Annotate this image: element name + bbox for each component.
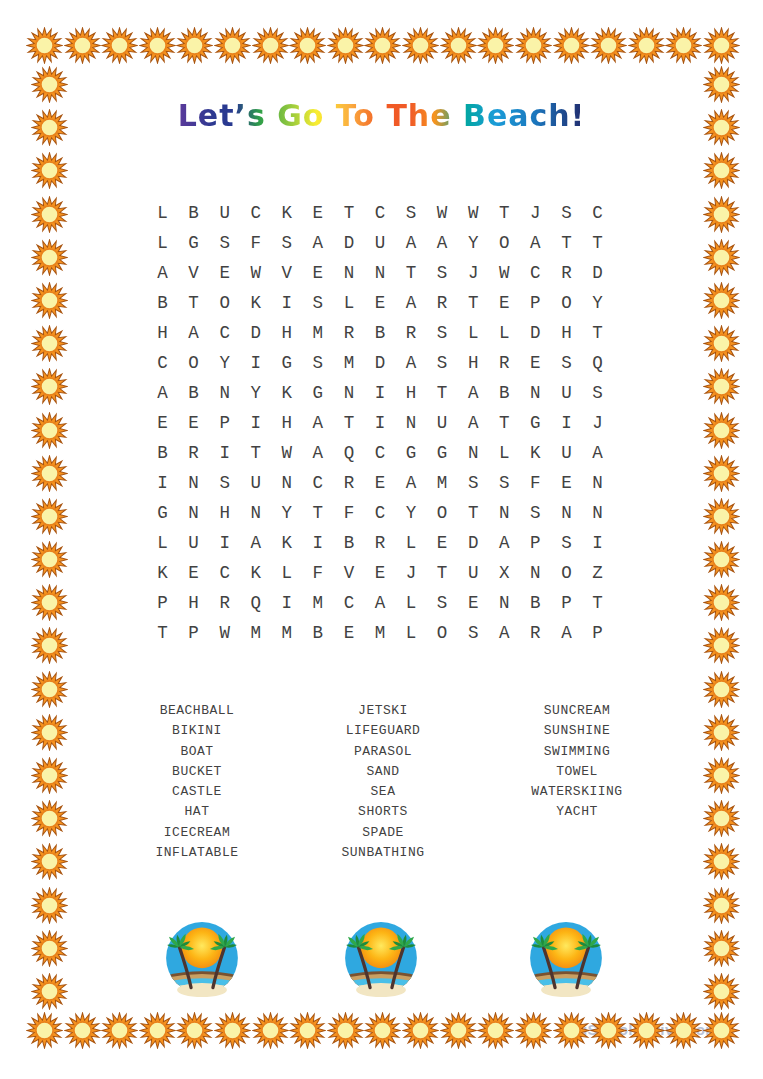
grid-cell: M xyxy=(427,468,458,498)
sun-icon xyxy=(31,66,68,103)
sun-icon xyxy=(31,627,68,664)
grid-cell: T xyxy=(427,378,458,408)
grid-cell: A xyxy=(396,468,427,498)
grid-cell: T xyxy=(458,288,489,318)
grid-cell: E xyxy=(551,468,582,498)
grid-cell: E xyxy=(333,618,364,648)
grid-cell: F xyxy=(333,498,364,528)
grid-cell: D xyxy=(458,528,489,558)
grid-cell: S xyxy=(302,348,333,378)
grid-cell: Y xyxy=(582,288,613,318)
grid-cell: A xyxy=(178,318,209,348)
word-item: SUNCREAM xyxy=(482,701,672,721)
grid-cell: P xyxy=(582,618,613,648)
grid-cell: A xyxy=(396,228,427,258)
grid-cell: L xyxy=(147,198,178,228)
sun-icon xyxy=(665,27,702,64)
sun-icon xyxy=(440,27,477,64)
grid-cell: R xyxy=(427,288,458,318)
grid-cell: L xyxy=(396,528,427,558)
grid-cell: S xyxy=(209,228,240,258)
grid-cell: L xyxy=(396,618,427,648)
grid-cell: N xyxy=(178,468,209,498)
grid-cell: N xyxy=(520,378,551,408)
grid-cell: F xyxy=(302,558,333,588)
beach-palm-sun-icon xyxy=(527,919,605,997)
sun-icon xyxy=(477,1012,514,1049)
grid-cell: B xyxy=(520,588,551,618)
grid-cell: Y xyxy=(396,498,427,528)
sun-icon xyxy=(252,27,289,64)
grid-cell: J xyxy=(520,198,551,228)
sun-icon xyxy=(214,27,251,64)
grid-cell: P xyxy=(147,588,178,618)
grid-cell: L xyxy=(147,228,178,258)
sun-icon xyxy=(31,671,68,708)
grid-cell: E xyxy=(489,288,520,318)
grid-cell: R xyxy=(178,438,209,468)
grid-cell: T xyxy=(582,588,613,618)
sun-icon xyxy=(31,109,68,146)
grid-cell: B xyxy=(178,198,209,228)
sun-icon xyxy=(101,1012,138,1049)
sun-icon xyxy=(703,66,740,103)
sun-icon xyxy=(703,843,740,880)
grid-cell: O xyxy=(551,288,582,318)
grid-cell: H xyxy=(458,348,489,378)
sun-icon xyxy=(64,1012,101,1049)
grid-cell: G xyxy=(520,408,551,438)
grid-cell: I xyxy=(209,438,240,468)
sun-icon xyxy=(289,27,326,64)
grid-cell: N xyxy=(240,498,271,528)
grid-cell: F xyxy=(240,228,271,258)
sun-icon xyxy=(703,1012,740,1049)
grid-cell: C xyxy=(333,588,364,618)
grid-cell: Y xyxy=(240,378,271,408)
grid-cell: A xyxy=(489,618,520,648)
sun-border-top xyxy=(26,27,740,64)
sun-icon xyxy=(703,671,740,708)
word-search-grid: LBUCKETCSWWTJSCLGSFSADUAAYOATTAVEWVENNTS… xyxy=(147,198,613,648)
grid-cell: E xyxy=(364,558,395,588)
grid-cell: I xyxy=(240,408,271,438)
grid-cell: B xyxy=(364,318,395,348)
grid-cell: T xyxy=(147,618,178,648)
grid-cell: J xyxy=(582,408,613,438)
grid-cell: M xyxy=(302,318,333,348)
sun-icon xyxy=(553,27,590,64)
grid-cell: M xyxy=(333,348,364,378)
sun-icon xyxy=(31,152,68,189)
grid-cell: L xyxy=(458,318,489,348)
sun-icon xyxy=(31,973,68,1010)
grid-cell: A xyxy=(427,228,458,258)
grid-cell: Q xyxy=(333,438,364,468)
grid-cell: H xyxy=(271,408,302,438)
grid-cell: D xyxy=(582,258,613,288)
grid-cell: H xyxy=(209,498,240,528)
sun-icon xyxy=(31,541,68,578)
grid-cell: U xyxy=(427,408,458,438)
sun-icon xyxy=(590,1012,627,1049)
sun-icon xyxy=(139,27,176,64)
sun-icon xyxy=(101,27,138,64)
sun-icon xyxy=(31,800,68,837)
sun-icon xyxy=(31,843,68,880)
grid-cell: U xyxy=(178,528,209,558)
sun-icon xyxy=(703,412,740,449)
grid-cell: G xyxy=(302,378,333,408)
grid-cell: R xyxy=(333,318,364,348)
sun-icon xyxy=(703,455,740,492)
sun-icon xyxy=(31,239,68,276)
grid-cell: N xyxy=(489,498,520,528)
word-item: PARASOL xyxy=(298,742,468,762)
grid-cell: N xyxy=(551,498,582,528)
sun-icon xyxy=(402,1012,439,1049)
grid-cell: B xyxy=(489,378,520,408)
grid-cell: E xyxy=(520,348,551,378)
grid-cell: A xyxy=(551,618,582,648)
grid-cell: C xyxy=(302,468,333,498)
grid-cell: S xyxy=(209,468,240,498)
grid-cell: A xyxy=(489,528,520,558)
grid-cell: N xyxy=(209,378,240,408)
grid-cell: Q xyxy=(240,588,271,618)
sun-icon xyxy=(327,27,364,64)
sun-border-bottom xyxy=(26,1012,740,1049)
grid-cell: C xyxy=(364,198,395,228)
grid-cell: T xyxy=(427,558,458,588)
sun-icon xyxy=(252,1012,289,1049)
grid-cell: O xyxy=(427,618,458,648)
grid-cell: R xyxy=(209,588,240,618)
grid-cell: R xyxy=(520,618,551,648)
grid-cell: O xyxy=(551,558,582,588)
sun-border-left xyxy=(31,66,68,1010)
grid-cell: N xyxy=(582,468,613,498)
grid-cell: G xyxy=(396,438,427,468)
grid-cell: V xyxy=(178,258,209,288)
sun-icon xyxy=(703,627,740,664)
grid-cell: E xyxy=(302,258,333,288)
grid-cell: I xyxy=(271,288,302,318)
sun-icon xyxy=(703,239,740,276)
grid-cell: I xyxy=(147,468,178,498)
grid-cell: N xyxy=(582,498,613,528)
grid-cell: K xyxy=(271,198,302,228)
grid-cell: M xyxy=(364,618,395,648)
grid-cell: A xyxy=(147,378,178,408)
word-item: BOAT xyxy=(112,742,282,762)
grid-cell: A xyxy=(458,408,489,438)
grid-cell: C xyxy=(520,258,551,288)
grid-cell: D xyxy=(333,228,364,258)
grid-cell: M xyxy=(271,618,302,648)
grid-cell: N xyxy=(458,438,489,468)
sun-icon xyxy=(26,27,63,64)
grid-cell: T xyxy=(582,318,613,348)
grid-cell: W xyxy=(209,618,240,648)
sun-icon xyxy=(703,282,740,319)
sun-icon xyxy=(440,1012,477,1049)
sun-icon xyxy=(402,27,439,64)
beach-palm-sun-icon xyxy=(342,919,420,997)
grid-cell: D xyxy=(240,318,271,348)
grid-cell: J xyxy=(396,558,427,588)
sun-icon xyxy=(590,27,627,64)
grid-cell: W xyxy=(240,258,271,288)
grid-cell: L xyxy=(396,588,427,618)
grid-cell: B xyxy=(302,618,333,648)
grid-cell: E xyxy=(458,588,489,618)
sun-icon xyxy=(703,714,740,751)
grid-cell: A xyxy=(520,228,551,258)
grid-cell: B xyxy=(178,378,209,408)
grid-cell: G xyxy=(271,348,302,378)
word-item: SWIMMING xyxy=(482,742,672,762)
grid-cell: P xyxy=(209,408,240,438)
grid-cell: N xyxy=(396,408,427,438)
sun-icon xyxy=(628,27,665,64)
grid-cell: R xyxy=(364,528,395,558)
sun-icon xyxy=(628,1012,665,1049)
grid-cell: H xyxy=(396,378,427,408)
sun-icon xyxy=(31,584,68,621)
grid-cell: N xyxy=(178,498,209,528)
title-row: Let’s Go To The Beach! xyxy=(0,98,763,133)
grid-cell: I xyxy=(551,408,582,438)
grid-cell: K xyxy=(271,378,302,408)
grid-cell: I xyxy=(364,408,395,438)
grid-cell: X xyxy=(489,558,520,588)
grid-cell: K xyxy=(271,528,302,558)
sun-icon xyxy=(31,455,68,492)
grid-cell: C xyxy=(582,198,613,228)
grid-cell: C xyxy=(209,558,240,588)
sun-icon xyxy=(31,887,68,924)
grid-cell: B xyxy=(333,528,364,558)
grid-cell: C xyxy=(364,498,395,528)
grid-cell: T xyxy=(489,198,520,228)
sun-icon xyxy=(703,109,740,146)
grid-cell: Y xyxy=(271,498,302,528)
grid-cell: T xyxy=(302,498,333,528)
word-item: ICECREAM xyxy=(112,823,282,843)
word-item: SUNBATHING xyxy=(298,843,468,863)
grid-cell: H xyxy=(147,318,178,348)
grid-cell: E xyxy=(302,198,333,228)
sun-icon xyxy=(289,1012,326,1049)
grid-cell: L xyxy=(271,558,302,588)
word-item: INFLATABLE xyxy=(112,843,282,863)
sun-icon xyxy=(703,368,740,405)
sun-icon xyxy=(553,1012,590,1049)
grid-cell: L xyxy=(489,438,520,468)
word-item: SHORTS xyxy=(298,802,468,822)
grid-cell: E xyxy=(178,408,209,438)
sun-icon xyxy=(176,1012,213,1049)
sun-icon xyxy=(31,714,68,751)
sun-icon xyxy=(703,27,740,64)
grid-cell: A xyxy=(302,408,333,438)
grid-cell: E xyxy=(364,468,395,498)
grid-cell: N xyxy=(364,258,395,288)
grid-cell: W xyxy=(427,198,458,228)
grid-cell: L xyxy=(489,318,520,348)
sun-icon xyxy=(31,196,68,233)
grid-cell: Z xyxy=(582,558,613,588)
grid-cell: E xyxy=(147,408,178,438)
word-list-column-2: JETSKILIFEGUARDPARASOLSANDSEASHORTSSPADE… xyxy=(298,701,468,863)
grid-cell: T xyxy=(240,438,271,468)
grid-cell: C xyxy=(240,198,271,228)
grid-cell: J xyxy=(458,258,489,288)
grid-cell: T xyxy=(582,228,613,258)
grid-cell: A xyxy=(302,228,333,258)
puzzle-title: Let’s Go To The Beach! xyxy=(178,98,586,133)
grid-cell: K xyxy=(147,558,178,588)
grid-cell: N xyxy=(333,258,364,288)
sun-icon xyxy=(31,757,68,794)
grid-cell: V xyxy=(271,258,302,288)
grid-cell: I xyxy=(302,528,333,558)
grid-cell: R xyxy=(333,468,364,498)
grid-cell: S xyxy=(427,258,458,288)
grid-cell: Y xyxy=(209,348,240,378)
grid-cell: A xyxy=(582,438,613,468)
grid-cell: W xyxy=(458,198,489,228)
grid-cell: R xyxy=(551,258,582,288)
word-item: YACHT xyxy=(482,802,672,822)
sun-icon xyxy=(64,27,101,64)
sun-icon xyxy=(703,930,740,967)
grid-cell: L xyxy=(147,528,178,558)
grid-cell: T xyxy=(551,228,582,258)
grid-cell: M xyxy=(302,588,333,618)
word-list-column-1: BEACHBALLBIKINIBOATBUCKETCASTLEHATICECRE… xyxy=(112,701,282,863)
grid-cell: E xyxy=(427,528,458,558)
sun-icon xyxy=(703,757,740,794)
sun-icon xyxy=(31,930,68,967)
grid-cell: O xyxy=(209,288,240,318)
sun-icon xyxy=(477,27,514,64)
sun-icon xyxy=(703,196,740,233)
grid-cell: H xyxy=(271,318,302,348)
grid-cell: C xyxy=(147,348,178,378)
sun-icon xyxy=(31,368,68,405)
grid-cell: S xyxy=(427,348,458,378)
grid-cell: U xyxy=(551,438,582,468)
grid-cell: K xyxy=(240,288,271,318)
sun-icon xyxy=(665,1012,702,1049)
word-item: BEACHBALL xyxy=(112,701,282,721)
sun-icon xyxy=(31,282,68,319)
grid-cell: B xyxy=(147,288,178,318)
word-list-column-3: SUNCREAMSUNSHINESWIMMINGTOWELWATERSKIING… xyxy=(482,701,672,823)
grid-cell: W xyxy=(489,258,520,288)
sun-icon xyxy=(515,1012,552,1049)
grid-cell: P xyxy=(178,618,209,648)
grid-cell: A xyxy=(302,438,333,468)
sun-icon xyxy=(31,325,68,362)
grid-cell: S xyxy=(458,468,489,498)
grid-cell: G xyxy=(147,498,178,528)
sun-icon xyxy=(703,584,740,621)
grid-cell: I xyxy=(240,348,271,378)
grid-cell: T xyxy=(396,258,427,288)
sun-icon xyxy=(327,1012,364,1049)
grid-cell: G xyxy=(178,228,209,258)
grid-cell: T xyxy=(458,498,489,528)
grid-cell: N xyxy=(271,468,302,498)
grid-cell: F xyxy=(520,468,551,498)
grid-cell: E xyxy=(209,258,240,288)
word-item: SAND xyxy=(298,762,468,782)
grid-cell: L xyxy=(333,288,364,318)
grid-cell: S xyxy=(551,198,582,228)
grid-cell: G xyxy=(427,438,458,468)
sun-icon xyxy=(703,152,740,189)
grid-cell: O xyxy=(178,348,209,378)
word-item: BIKINI xyxy=(112,721,282,741)
grid-cell: N xyxy=(520,558,551,588)
grid-cell: D xyxy=(520,318,551,348)
grid-cell: Y xyxy=(458,228,489,258)
grid-cell: W xyxy=(271,438,302,468)
sun-icon xyxy=(214,1012,251,1049)
grid-cell: N xyxy=(489,588,520,618)
word-item: TOWEL xyxy=(482,762,672,782)
grid-cell: I xyxy=(209,528,240,558)
grid-cell: T xyxy=(178,288,209,318)
grid-cell: A xyxy=(458,378,489,408)
grid-cell: E xyxy=(364,288,395,318)
grid-cell: S xyxy=(520,498,551,528)
grid-cell: H xyxy=(178,588,209,618)
grid-cell: A xyxy=(240,528,271,558)
word-item: JETSKI xyxy=(298,701,468,721)
word-item: CASTLE xyxy=(112,782,282,802)
grid-cell: S xyxy=(271,228,302,258)
word-item: SUNSHINE xyxy=(482,721,672,741)
grid-cell: V xyxy=(333,558,364,588)
grid-cell: K xyxy=(240,558,271,588)
grid-cell: U xyxy=(458,558,489,588)
sun-icon xyxy=(139,1012,176,1049)
grid-cell: T xyxy=(333,198,364,228)
grid-cell: S xyxy=(396,198,427,228)
grid-cell: S xyxy=(582,378,613,408)
sun-icon xyxy=(515,27,552,64)
worksheet-page: iSLCollective.com Let’s Go To The Beach!… xyxy=(0,0,763,1079)
sun-icon xyxy=(364,27,401,64)
sun-icon xyxy=(31,498,68,535)
sun-icon xyxy=(703,800,740,837)
grid-cell: U xyxy=(551,378,582,408)
sun-icon xyxy=(703,498,740,535)
grid-cell: C xyxy=(364,438,395,468)
grid-cell: P xyxy=(551,588,582,618)
word-item: LIFEGUARD xyxy=(298,721,468,741)
grid-cell: Q xyxy=(582,348,613,378)
sun-icon xyxy=(703,887,740,924)
grid-cell: K xyxy=(520,438,551,468)
sun-icon xyxy=(176,27,213,64)
grid-cell: U xyxy=(209,198,240,228)
sun-icon xyxy=(364,1012,401,1049)
